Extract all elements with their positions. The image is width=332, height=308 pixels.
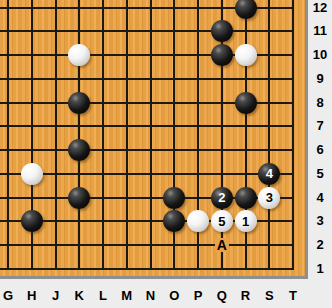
intersection-T4[interactable] xyxy=(281,186,305,210)
intersection-S12[interactable] xyxy=(257,0,281,19)
grid-line-v xyxy=(150,67,152,91)
grid-line-v xyxy=(78,233,80,257)
intersection-N10[interactable] xyxy=(139,43,163,67)
intersection-O12[interactable] xyxy=(162,0,186,19)
intersection-T1[interactable] xyxy=(281,257,305,279)
intersection-H10[interactable] xyxy=(20,43,44,67)
grid-line-h xyxy=(0,78,20,80)
intersection-O2[interactable] xyxy=(162,233,186,257)
intersection-N1[interactable] xyxy=(139,257,163,279)
intersection-R11[interactable] xyxy=(234,19,258,43)
intersection-O9[interactable] xyxy=(162,67,186,91)
intersection-T10[interactable] xyxy=(281,43,305,67)
grid-line-v xyxy=(31,138,33,162)
intersection-L9[interactable] xyxy=(91,67,115,91)
intersection-Q5[interactable] xyxy=(210,162,234,186)
intersection-T2[interactable] xyxy=(281,233,305,257)
black-stone-move-2-Q4: 2 xyxy=(211,187,233,209)
coord-label-row-7: 7 xyxy=(308,119,332,133)
grid-line-v xyxy=(126,257,128,270)
coord-label-row-1: 1 xyxy=(308,262,332,276)
grid-line-v xyxy=(31,91,33,115)
grid-line-v xyxy=(7,186,9,210)
grid-line-v xyxy=(150,162,152,186)
intersection-J6[interactable] xyxy=(44,138,68,162)
grid-line-v xyxy=(126,162,128,186)
intersection-P9[interactable] xyxy=(186,67,210,91)
intersection-O5[interactable] xyxy=(162,162,186,186)
grid-line-v xyxy=(55,162,57,186)
intersection-G12[interactable] xyxy=(0,0,20,19)
intersection-P8[interactable] xyxy=(186,91,210,115)
intersection-N11[interactable] xyxy=(139,19,163,43)
grid-line-v xyxy=(173,19,175,43)
grid-line-v xyxy=(197,257,199,270)
grid-line-v xyxy=(31,186,33,210)
intersection-J11[interactable] xyxy=(44,19,68,43)
intersection-S6[interactable] xyxy=(257,138,281,162)
grid-line-v xyxy=(55,114,57,138)
white-stone-move-1-R3: 1 xyxy=(235,210,257,232)
grid-line-v xyxy=(102,43,104,67)
grid-line-v xyxy=(173,114,175,138)
intersection-O11[interactable] xyxy=(162,19,186,43)
intersection-T6[interactable] xyxy=(281,138,305,162)
black-stone-O4 xyxy=(163,187,185,209)
grid-line-v xyxy=(173,43,175,67)
grid-line-v xyxy=(292,138,294,162)
intersection-L10[interactable] xyxy=(91,43,115,67)
point-label-A-Q2: A xyxy=(215,238,229,252)
intersection-M11[interactable] xyxy=(115,19,139,43)
intersection-K2[interactable] xyxy=(67,233,91,257)
intersection-Q6[interactable] xyxy=(210,138,234,162)
intersection-L3[interactable] xyxy=(91,209,115,233)
intersection-N9[interactable] xyxy=(139,67,163,91)
intersection-K3[interactable] xyxy=(67,209,91,233)
intersection-M6[interactable] xyxy=(115,138,139,162)
grid-line-v xyxy=(78,0,80,19)
intersection-K11[interactable] xyxy=(67,19,91,43)
grid-line-v xyxy=(221,162,223,186)
coord-label-row-4: 4 xyxy=(308,191,332,205)
coord-label-col-P: P xyxy=(194,289,203,303)
intersection-P7[interactable] xyxy=(186,114,210,138)
grid-line-v xyxy=(55,209,57,233)
intersection-J1[interactable] xyxy=(44,257,68,279)
intersection-J12[interactable] xyxy=(44,0,68,19)
intersection-J8[interactable] xyxy=(44,91,68,115)
intersection-K7[interactable] xyxy=(67,114,91,138)
intersection-N5[interactable] xyxy=(139,162,163,186)
intersection-N6[interactable] xyxy=(139,138,163,162)
intersection-M2[interactable] xyxy=(115,233,139,257)
intersection-M4[interactable] xyxy=(115,186,139,210)
grid-line-v xyxy=(31,114,33,138)
grid-line-v xyxy=(78,162,80,186)
intersection-H3[interactable] xyxy=(20,209,44,233)
intersection-L4[interactable] xyxy=(91,186,115,210)
intersection-S5[interactable]: 4 xyxy=(257,162,281,186)
grid-line-v xyxy=(221,91,223,115)
intersection-Q7[interactable] xyxy=(210,114,234,138)
grid-line-v xyxy=(268,91,270,115)
intersection-N7[interactable] xyxy=(139,114,163,138)
grid-line-v xyxy=(197,0,199,19)
intersection-Q1[interactable] xyxy=(210,257,234,279)
intersection-Q9[interactable] xyxy=(210,67,234,91)
intersection-H7[interactable] xyxy=(20,114,44,138)
grid-line-v xyxy=(31,43,33,67)
white-stone-H5 xyxy=(21,163,43,185)
intersection-P11[interactable] xyxy=(186,19,210,43)
grid-line-v xyxy=(245,138,247,162)
grid-line-v xyxy=(245,67,247,91)
coord-label-col-H: H xyxy=(27,289,36,303)
intersection-O10[interactable] xyxy=(162,43,186,67)
intersection-O6[interactable] xyxy=(162,138,186,162)
coord-label-row-2: 2 xyxy=(308,238,332,252)
grid-line-v xyxy=(245,233,247,257)
grid-line-v xyxy=(7,43,9,67)
grid-line-v xyxy=(31,257,33,270)
intersection-T9[interactable] xyxy=(281,67,305,91)
grid-line-v xyxy=(292,0,294,19)
grid-line-v xyxy=(197,43,199,67)
intersection-G8[interactable] xyxy=(0,91,20,115)
grid-line-v xyxy=(197,91,199,115)
grid-line-v xyxy=(55,233,57,257)
grid-line-v xyxy=(126,114,128,138)
grid-line-v xyxy=(31,0,33,19)
intersection-J7[interactable] xyxy=(44,114,68,138)
intersection-N4[interactable] xyxy=(139,186,163,210)
grid-line-v xyxy=(55,43,57,67)
grid-line-v xyxy=(150,91,152,115)
grid-line-h xyxy=(0,220,20,222)
intersection-R3[interactable]: 1 xyxy=(234,209,258,233)
intersection-P12[interactable] xyxy=(186,0,210,19)
column-coordinates: GHJKLMNOPQRST xyxy=(0,281,308,308)
intersection-G10[interactable] xyxy=(0,43,20,67)
intersection-Q12[interactable] xyxy=(210,0,234,19)
grid-line-v xyxy=(150,0,152,19)
coord-label-row-8: 8 xyxy=(308,96,332,110)
grid-line-v xyxy=(55,257,57,270)
intersection-J10[interactable] xyxy=(44,43,68,67)
intersection-M8[interactable] xyxy=(115,91,139,115)
intersection-S1[interactable] xyxy=(257,257,281,279)
intersection-N2[interactable] xyxy=(139,233,163,257)
grid-line-v xyxy=(126,0,128,19)
intersection-L6[interactable] xyxy=(91,138,115,162)
intersection-O4[interactable] xyxy=(162,186,186,210)
grid-line-v xyxy=(102,233,104,257)
intersection-H1[interactable] xyxy=(20,257,44,279)
coord-label-row-5: 5 xyxy=(308,167,332,181)
black-stone-K8 xyxy=(68,92,90,114)
intersection-S7[interactable] xyxy=(257,114,281,138)
coord-label-col-G: G xyxy=(3,289,13,303)
grid-line-v xyxy=(102,209,104,233)
intersection-T11[interactable] xyxy=(281,19,305,43)
grid-line-v xyxy=(78,257,80,270)
grid-line-v xyxy=(55,0,57,19)
intersection-K10[interactable] xyxy=(67,43,91,67)
intersection-H11[interactable] xyxy=(20,19,44,43)
grid-line-v xyxy=(245,114,247,138)
intersection-N12[interactable] xyxy=(139,0,163,19)
grid-line-v xyxy=(292,19,294,43)
intersection-L11[interactable] xyxy=(91,19,115,43)
grid-line-v xyxy=(126,209,128,233)
coord-label-col-Q: Q xyxy=(217,289,227,303)
intersection-R9[interactable] xyxy=(234,67,258,91)
intersection-K9[interactable] xyxy=(67,67,91,91)
grid-line-v xyxy=(55,138,57,162)
intersection-H8[interactable] xyxy=(20,91,44,115)
intersection-R8[interactable] xyxy=(234,91,258,115)
grid-line-v xyxy=(197,67,199,91)
intersection-M5[interactable] xyxy=(115,162,139,186)
black-stone-Q11 xyxy=(211,20,233,42)
intersection-M7[interactable] xyxy=(115,114,139,138)
grid-line-v xyxy=(150,257,152,270)
intersection-Q11[interactable] xyxy=(210,19,234,43)
grid-line-v xyxy=(197,19,199,43)
grid-line-v xyxy=(55,67,57,91)
grid-line-v xyxy=(292,114,294,138)
intersection-P5[interactable] xyxy=(186,162,210,186)
intersection-L5[interactable] xyxy=(91,162,115,186)
grid-line-v xyxy=(268,114,270,138)
intersection-T3[interactable] xyxy=(281,209,305,233)
intersection-R5[interactable] xyxy=(234,162,258,186)
grid-line-v xyxy=(150,233,152,257)
intersection-G1[interactable] xyxy=(0,257,20,279)
grid-line-v xyxy=(126,233,128,257)
intersection-M1[interactable] xyxy=(115,257,139,279)
black-stone-R12 xyxy=(235,0,257,19)
intersection-L8[interactable] xyxy=(91,91,115,115)
intersection-H12[interactable] xyxy=(20,0,44,19)
intersection-L2[interactable] xyxy=(91,233,115,257)
grid-line-h xyxy=(0,54,20,56)
grid-line-v xyxy=(150,114,152,138)
intersection-J9[interactable] xyxy=(44,67,68,91)
grid-line-v xyxy=(268,0,270,19)
intersection-G3[interactable] xyxy=(0,209,20,233)
grid-line-v xyxy=(55,19,57,43)
intersection-H6[interactable] xyxy=(20,138,44,162)
intersection-R2[interactable] xyxy=(234,233,258,257)
grid-line-v xyxy=(150,19,152,43)
intersection-M9[interactable] xyxy=(115,67,139,91)
intersection-P1[interactable] xyxy=(186,257,210,279)
intersection-T7[interactable] xyxy=(281,114,305,138)
intersection-Q4[interactable]: 2 xyxy=(210,186,234,210)
grid-line-v xyxy=(7,67,9,91)
intersection-O7[interactable] xyxy=(162,114,186,138)
grid-line-v xyxy=(7,233,9,257)
intersection-L7[interactable] xyxy=(91,114,115,138)
grid-line-v xyxy=(292,186,294,210)
coord-label-col-O: O xyxy=(169,289,179,303)
grid-line-h xyxy=(0,173,20,175)
intersection-S2[interactable] xyxy=(257,233,281,257)
intersection-M10[interactable] xyxy=(115,43,139,67)
intersection-M12[interactable] xyxy=(115,0,139,19)
grid-line-v xyxy=(7,209,9,233)
intersection-P3[interactable] xyxy=(186,209,210,233)
intersection-S8[interactable] xyxy=(257,91,281,115)
white-stone-move-3-S4: 3 xyxy=(258,187,280,209)
coord-label-row-11: 11 xyxy=(308,24,332,38)
intersection-G5[interactable] xyxy=(0,162,20,186)
intersection-H2[interactable] xyxy=(20,233,44,257)
intersection-S9[interactable] xyxy=(257,67,281,91)
grid-line-v xyxy=(245,162,247,186)
intersection-M3[interactable] xyxy=(115,209,139,233)
intersection-P4[interactable] xyxy=(186,186,210,210)
black-stone-move-4-S5: 4 xyxy=(258,163,280,185)
intersection-N8[interactable] xyxy=(139,91,163,115)
intersection-Q10[interactable] xyxy=(210,43,234,67)
row-coordinates: 121110987654321 xyxy=(308,0,332,279)
intersection-R4[interactable] xyxy=(234,186,258,210)
grid-line-v xyxy=(268,209,270,233)
white-stone-R10 xyxy=(235,44,257,66)
grid-line-v xyxy=(221,138,223,162)
grid-line-v xyxy=(150,209,152,233)
coord-label-col-L: L xyxy=(99,289,107,303)
intersection-G6[interactable] xyxy=(0,138,20,162)
grid-line-v xyxy=(102,67,104,91)
intersection-G11[interactable] xyxy=(0,19,20,43)
intersection-R12[interactable] xyxy=(234,0,258,19)
intersection-S10[interactable] xyxy=(257,43,281,67)
grid-line-v xyxy=(292,233,294,257)
grid-line-v xyxy=(102,114,104,138)
grid-line-v xyxy=(102,91,104,115)
grid-line-v xyxy=(7,19,9,43)
intersection-N3[interactable] xyxy=(139,209,163,233)
coord-label-row-9: 9 xyxy=(308,72,332,86)
grid-line-v xyxy=(126,43,128,67)
intersection-R1[interactable] xyxy=(234,257,258,279)
intersection-J5[interactable] xyxy=(44,162,68,186)
grid-line-v xyxy=(173,162,175,186)
black-stone-K6 xyxy=(68,139,90,161)
grid-line-v xyxy=(55,91,57,115)
grid-line-v xyxy=(150,138,152,162)
grid-line-v xyxy=(197,114,199,138)
grid-line-v xyxy=(78,19,80,43)
intersection-G2[interactable] xyxy=(0,233,20,257)
intersection-G9[interactable] xyxy=(0,67,20,91)
intersection-K4[interactable] xyxy=(67,186,91,210)
grid-line-v xyxy=(126,138,128,162)
intersection-S11[interactable] xyxy=(257,19,281,43)
grid-line-v xyxy=(173,67,175,91)
intersection-S4[interactable]: 3 xyxy=(257,186,281,210)
board-grid: 42351A xyxy=(0,0,305,279)
grid-line-v xyxy=(7,91,9,115)
intersection-R6[interactable] xyxy=(234,138,258,162)
intersection-J3[interactable] xyxy=(44,209,68,233)
black-stone-Q10 xyxy=(211,44,233,66)
black-stone-O3 xyxy=(163,210,185,232)
grid-line-v xyxy=(150,186,152,210)
coord-label-row-6: 6 xyxy=(308,143,332,157)
intersection-K6[interactable] xyxy=(67,138,91,162)
intersection-H9[interactable] xyxy=(20,67,44,91)
go-diagram: 42351A 121110987654321 GHJKLMNOPQRST xyxy=(0,0,332,308)
intersection-P10[interactable] xyxy=(186,43,210,67)
black-stone-R4 xyxy=(235,187,257,209)
grid-line-v xyxy=(78,209,80,233)
intersection-Q3[interactable]: 5 xyxy=(210,209,234,233)
grid-line-v xyxy=(102,257,104,270)
grid-line-v xyxy=(268,19,270,43)
intersection-S3[interactable] xyxy=(257,209,281,233)
go-board: 42351A xyxy=(0,0,308,279)
grid-line-v xyxy=(173,138,175,162)
grid-line-v xyxy=(268,67,270,91)
intersection-K12[interactable] xyxy=(67,0,91,19)
intersection-J4[interactable] xyxy=(44,186,68,210)
intersection-G7[interactable] xyxy=(0,114,20,138)
grid-line-v xyxy=(245,257,247,270)
intersection-L12[interactable] xyxy=(91,0,115,19)
grid-line-v xyxy=(126,91,128,115)
intersection-K5[interactable] xyxy=(67,162,91,186)
intersection-T5[interactable] xyxy=(281,162,305,186)
intersection-O3[interactable] xyxy=(162,209,186,233)
intersection-T12[interactable] xyxy=(281,0,305,19)
intersection-K8[interactable] xyxy=(67,91,91,115)
intersection-L1[interactable] xyxy=(91,257,115,279)
white-stone-P3 xyxy=(187,210,209,232)
intersection-K1[interactable] xyxy=(67,257,91,279)
intersection-P2[interactable] xyxy=(186,233,210,257)
intersection-P6[interactable] xyxy=(186,138,210,162)
intersection-H4[interactable] xyxy=(20,186,44,210)
white-stone-K10 xyxy=(68,44,90,66)
intersection-G4[interactable] xyxy=(0,186,20,210)
intersection-Q8[interactable] xyxy=(210,91,234,115)
intersection-O8[interactable] xyxy=(162,91,186,115)
intersection-T8[interactable] xyxy=(281,91,305,115)
intersection-R10[interactable] xyxy=(234,43,258,67)
grid-line-v xyxy=(197,186,199,210)
grid-line-v xyxy=(55,186,57,210)
grid-line-v xyxy=(126,19,128,43)
intersection-Q2[interactable]: A xyxy=(210,233,234,257)
coord-label-row-10: 10 xyxy=(308,48,332,62)
intersection-J2[interactable] xyxy=(44,233,68,257)
grid-line-v xyxy=(292,43,294,67)
grid-line-h xyxy=(0,149,20,151)
grid-line-v xyxy=(102,138,104,162)
intersection-H5[interactable] xyxy=(20,162,44,186)
coord-label-col-S: S xyxy=(265,289,274,303)
intersection-R7[interactable] xyxy=(234,114,258,138)
intersection-O1[interactable] xyxy=(162,257,186,279)
grid-line-v xyxy=(78,67,80,91)
black-stone-K4 xyxy=(68,187,90,209)
grid-line-v xyxy=(173,0,175,19)
